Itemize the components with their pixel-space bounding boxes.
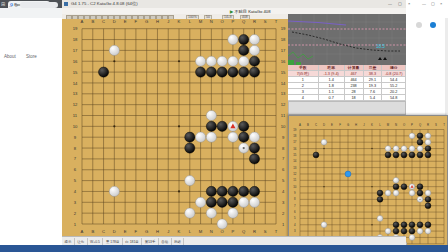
stone-white-N2[interactable] [206,208,216,218]
stone-black-O10[interactable] [401,184,407,190]
svg-text:L: L [189,229,192,234]
winrate-graph-panel[interactable]: 18.5 [288,14,406,65]
svg-text:9: 9 [282,135,285,140]
svg-text:O: O [403,123,406,127]
stone-white-D4[interactable] [109,186,119,196]
svg-text:G: G [347,123,349,127]
svg-text:10: 10 [73,124,78,129]
svg-text:15: 15 [73,70,78,75]
svg-text:F: F [135,229,138,234]
svg-text:R: R [253,229,256,234]
stone-black-Q18[interactable] [239,34,249,44]
stone-black-L9[interactable] [185,132,195,142]
svg-text:A: A [81,229,84,234]
main-star-point [113,125,115,127]
stone-white-N11[interactable] [206,110,216,120]
stone-black-O3[interactable] [217,197,227,207]
bookmark-grid-icon[interactable] [416,22,422,28]
svg-text:9: 9 [294,191,296,195]
svg-text:Q: Q [419,123,422,127]
mini-star-point [371,224,372,225]
stone-black-Q17[interactable] [417,139,423,145]
stone-black-L8[interactable] [185,143,195,153]
stone-black-L8[interactable] [377,196,383,202]
svg-text:13: 13 [73,91,78,96]
mini-star-point [323,148,324,149]
svg-text:3: 3 [294,229,296,233]
main-star-point [178,60,180,62]
stone-black-Q17[interactable] [239,45,249,55]
svg-text:P: P [232,19,235,24]
stone-black-Q4[interactable] [239,186,249,196]
stone-black-O3[interactable] [401,228,407,234]
svg-text:4: 4 [294,223,296,227]
stone-black-Q10[interactable] [417,184,423,190]
mini-annotation-dot [419,199,420,200]
svg-text:E: E [124,19,127,24]
svg-text:15: 15 [293,153,297,157]
stone-black-N3[interactable] [393,228,399,234]
svg-text:7: 7 [282,156,285,161]
stone-black-Q10[interactable] [239,121,249,131]
score-line-purple [288,21,346,25]
stone-black-R8[interactable] [425,196,431,202]
stone-black-R7[interactable] [425,203,431,209]
main-star-point [178,190,180,192]
winrate-value-label: 18.5 [376,44,385,49]
main-annotation-dot [243,147,245,149]
stone-black-O15[interactable] [217,67,227,77]
svg-text:C: C [315,123,317,127]
svg-text:J: J [363,123,365,127]
stone-black-Q18[interactable] [417,133,423,139]
bookmark-blue-icon[interactable] [430,22,436,28]
svg-text:G: G [145,229,148,234]
stone-black-Q9[interactable] [417,190,423,196]
svg-text:6: 6 [74,167,77,172]
stone-white-Q16[interactable] [239,56,249,66]
svg-text:9: 9 [74,135,77,140]
svg-text:19: 19 [281,26,286,31]
stone-black-R7[interactable] [249,154,259,164]
svg-text:G: G [145,19,148,24]
svg-text:B: B [91,19,94,24]
svg-text:O: O [221,19,225,24]
stone-black-Q15[interactable] [417,152,423,158]
browser-content [0,18,62,236]
stone-white-M16[interactable] [385,146,391,152]
svg-text:6: 6 [294,210,296,214]
stone-black-L9[interactable] [377,190,383,196]
svg-text:S: S [435,123,437,127]
svg-text:H: H [156,19,159,24]
stone-white-D17[interactable] [109,45,119,55]
svg-text:B: B [91,229,94,234]
analysis-table[interactable]: 手数胜率计算量目差得分7(白胜)-1.3 (9.4)46738.3-0.8 (2… [288,65,406,101]
svg-text:L: L [189,19,192,24]
stone-white-P16[interactable] [409,146,415,152]
mini-suggested-move[interactable] [345,171,351,177]
winrate-graph-svg: 18.5 [288,14,406,65]
stone-black-R8[interactable] [249,143,259,153]
browser-right-strip [406,0,448,116]
svg-text:T: T [275,229,278,234]
svg-text:16: 16 [73,59,78,64]
stone-black-P4[interactable] [228,186,238,196]
svg-text:E: E [124,229,127,234]
svg-text:7: 7 [294,204,296,208]
svg-text:3: 3 [282,200,285,205]
svg-text:17: 17 [281,48,286,53]
back-icon[interactable]: ← [2,2,7,8]
svg-text:18: 18 [293,134,297,138]
stone-black-P3[interactable] [409,228,415,234]
engine-name: 不贴目 KataGo 408 [234,9,270,14]
svg-text:K: K [178,229,181,234]
stone-white-P9[interactable] [228,132,238,142]
stone-black-O10[interactable] [217,121,227,131]
engine-status-label: ▶ 不贴目 KataGo 408 [230,9,270,14]
app-window-controls[interactable]: — ▢ × [388,1,413,6]
mini-star-point [371,186,372,187]
stone-white-R18[interactable] [425,133,431,139]
stone-white-P18[interactable] [409,133,415,139]
stone-white-M3[interactable] [385,228,391,234]
svg-text:8: 8 [282,146,285,151]
stone-white-R17[interactable] [249,45,259,55]
stone-black-N4[interactable] [206,186,216,196]
stone-white-L5[interactable] [185,176,195,186]
stone-white-P18[interactable] [228,34,238,44]
svg-text:B: B [307,123,309,127]
stone-black-R4[interactable] [425,222,431,228]
svg-text:5: 5 [282,178,285,183]
stone-white-O1[interactable] [217,219,227,229]
app-title-text: G4 1.75 - C2 KataGo 4.8.08 (64位) [71,1,138,6]
svg-text:J: J [167,229,169,234]
svg-text:7: 7 [74,156,77,161]
stone-black-O4[interactable] [401,222,407,228]
svg-text:1: 1 [282,222,285,227]
svg-text:J: J [167,19,169,24]
svg-text:17: 17 [293,140,297,144]
stone-black-C15[interactable] [313,152,319,158]
stone-black-O4[interactable] [217,186,227,196]
mini-star-point [371,148,372,149]
svg-text:16: 16 [281,59,286,64]
svg-text:12: 12 [281,102,286,107]
svg-text:13: 13 [281,91,286,96]
stone-white-M9[interactable] [385,190,391,196]
svg-text:E: E [331,123,333,127]
svg-text:D: D [113,229,116,234]
stone-black-R4[interactable] [249,186,259,196]
stone-black-Q15[interactable] [239,67,249,77]
stone-black-P15[interactable] [409,152,415,158]
svg-text:P: P [232,229,235,234]
stone-white-R18[interactable] [249,34,259,44]
analysis-panel-empty [288,101,406,115]
svg-text:14: 14 [281,81,286,86]
svg-text:N: N [395,123,397,127]
svg-text:K: K [371,123,373,127]
stone-black-N15[interactable] [393,152,399,158]
stone-white-R3[interactable] [425,228,431,234]
svg-text:11: 11 [281,113,286,118]
stone-white-R9[interactable] [425,190,431,196]
stone-black-R16[interactable] [249,56,259,66]
stone-white-L2[interactable] [185,208,195,218]
stone-white-N16[interactable] [393,146,399,152]
svg-text:N: N [210,229,213,234]
svg-text:17: 17 [73,48,78,53]
mini-star-point [323,186,324,187]
engine-play-icon[interactable]: ▶ [230,9,233,14]
main-star-point [178,125,180,127]
svg-text:5: 5 [294,216,296,220]
stone-white-M3[interactable] [195,197,205,207]
stone-black-P4[interactable] [409,222,415,228]
svg-text:M: M [199,19,203,24]
svg-text:2: 2 [74,211,77,216]
svg-text:L: L [379,123,381,127]
stone-black-N10[interactable] [393,184,399,190]
stone-white-R3[interactable] [249,197,259,207]
svg-text:H: H [355,123,357,127]
stone-black-P15[interactable] [228,67,238,77]
svg-text:S: S [264,229,267,234]
svg-text:Q: Q [242,229,246,234]
stone-black-Q9[interactable] [239,132,249,142]
mini-board-window[interactable]: AA1919BB1818CC1717DD1616EE1515FF1414GG13… [288,115,448,248]
svg-text:T: T [275,19,278,24]
stone-white-N9[interactable] [206,132,216,142]
stone-white-M16[interactable] [195,56,205,66]
stone-white-Q16[interactable] [417,146,423,152]
svg-text:5: 5 [74,178,77,183]
stone-black-N15[interactable] [206,67,216,77]
svg-text:16: 16 [293,147,297,151]
stone-black-Q4[interactable] [417,222,423,228]
stone-white-R17[interactable] [425,139,431,145]
stone-black-C15[interactable] [98,67,108,77]
app-icon [64,2,68,6]
svg-text:R: R [427,123,429,127]
stone-white-D4[interactable] [321,222,327,228]
google-store-link[interactable]: Store [26,54,37,59]
stone-black-O15[interactable] [401,152,407,158]
reload-icon[interactable]: ↻ [14,2,18,8]
svg-text:10: 10 [293,185,297,189]
svg-text:14: 14 [293,159,297,163]
stone-white-M9[interactable] [195,132,205,142]
svg-text:3: 3 [74,200,77,205]
stone-white-L5[interactable] [377,216,383,222]
svg-text:M: M [199,229,203,234]
stone-white-P16[interactable] [228,56,238,66]
svg-text:4: 4 [282,189,285,194]
stone-black-M15[interactable] [385,152,391,158]
svg-text:N: N [210,19,213,24]
stone-black-R15[interactable] [425,152,431,158]
svg-text:M: M [387,123,390,127]
svg-text:14: 14 [73,81,78,86]
svg-text:15: 15 [281,70,286,75]
stone-white-P2[interactable] [409,235,415,241]
stone-black-M15[interactable] [195,67,205,77]
svg-text:K: K [178,19,181,24]
stone-white-O16[interactable] [401,146,407,152]
svg-text:O: O [221,229,225,234]
svg-text:C: C [102,229,105,234]
stone-black-R15[interactable] [249,67,259,77]
svg-text:D: D [113,19,116,24]
stone-black-N3[interactable] [206,197,216,207]
screen: ⊞ G Google × + ← → ↻ About Store — ▢ × G… [0,0,448,252]
mini-coordinates: AA1919BB1818CC1717DD1616EE1515FF1414GG13… [293,123,447,247]
forward-icon[interactable]: → [8,2,13,8]
stone-white-P2[interactable] [228,208,238,218]
stone-white-N11[interactable] [393,177,399,183]
svg-text:11: 11 [293,178,296,182]
svg-text:Q: Q [242,19,246,24]
svg-text:13: 13 [293,166,297,170]
svg-text:R: R [253,19,256,24]
move-marker-arrows [378,57,387,60]
svg-text:18: 18 [73,37,78,42]
stone-black-N10[interactable] [206,121,216,131]
svg-text:C: C [102,19,105,24]
svg-text:12: 12 [73,102,78,107]
policy-line-green [288,52,313,59]
svg-text:1: 1 [74,222,77,227]
svg-text:6: 6 [282,167,285,172]
svg-text:8: 8 [294,197,296,201]
windows-taskbar [0,245,448,252]
main-board-svg[interactable]: AA1919BB1818CC1717DD1616EE1515FF1414GG13… [62,19,290,236]
svg-text:P: P [411,123,413,127]
svg-text:19: 19 [73,26,78,31]
stone-black-P3[interactable] [228,197,238,207]
svg-text:F: F [339,123,341,127]
svg-text:A: A [299,123,301,127]
address-bar[interactable] [20,2,58,8]
stone-white-P9[interactable] [409,190,415,196]
svg-text:F: F [135,19,138,24]
stone-white-N16[interactable] [206,56,216,66]
svg-text:19: 19 [293,128,297,132]
stone-white-N9[interactable] [393,190,399,196]
stone-white-Q3[interactable] [417,228,423,234]
svg-text:T: T [443,123,445,127]
svg-text:10: 10 [281,124,286,129]
main-star-point [113,60,115,62]
svg-text:A: A [81,19,84,24]
main-go-board[interactable]: AA1919BB1818CC1717DD1616EE1515FF1414GG13… [62,19,290,236]
stone-white-D17[interactable] [321,139,327,145]
svg-text:H: H [156,229,159,234]
svg-text:S: S [264,19,267,24]
stone-black-N4[interactable] [393,222,399,228]
stone-white-R9[interactable] [249,132,259,142]
stone-white-Q3[interactable] [239,197,249,207]
svg-text:D: D [323,123,325,127]
svg-text:18: 18 [281,37,286,42]
mini-board-svg[interactable]: AA1919BB1818CC1717DD1616EE1515FF1414GG13… [289,116,447,247]
svg-text:12: 12 [293,172,297,176]
google-about-link[interactable]: About [4,54,16,59]
svg-text:2: 2 [282,211,285,216]
stone-white-O16[interactable] [217,56,227,66]
svg-text:8: 8 [74,146,77,151]
svg-text:4: 4 [74,189,77,194]
browser-window-controls[interactable]: — ▢ × [422,1,444,6]
stone-black-R16[interactable] [425,146,431,152]
svg-text:11: 11 [73,113,78,118]
